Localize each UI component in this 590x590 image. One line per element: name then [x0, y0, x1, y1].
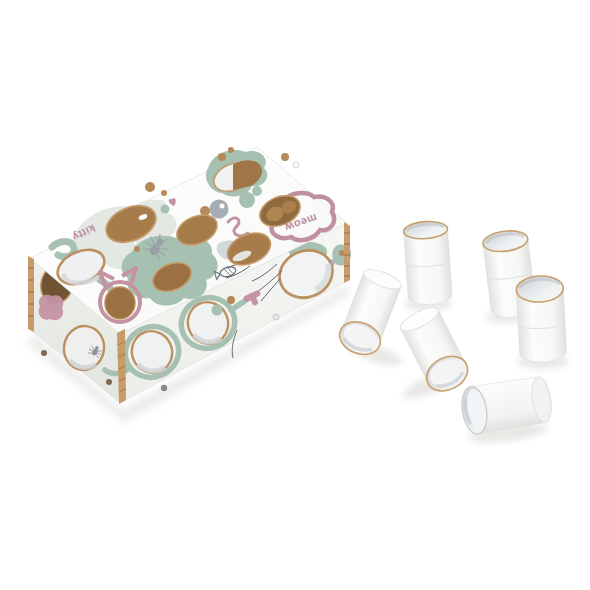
product-photo: meow kitty [0, 0, 590, 590]
punched-hole [220, 204, 225, 209]
front-small-hole [273, 314, 279, 320]
sage-dot [239, 192, 255, 208]
scene: meow kitty [0, 0, 590, 590]
front-tan-dot [227, 296, 235, 304]
cardboard-tube-5 [397, 303, 474, 398]
sage-dot [161, 205, 170, 214]
cardboard-tube-3 [516, 275, 567, 363]
tan-dot [161, 190, 167, 196]
gray-circle [210, 200, 229, 219]
tan-dot [145, 182, 155, 192]
tan-dot [281, 153, 289, 161]
front-sage-dot [212, 305, 223, 316]
punched-hole [293, 162, 299, 168]
puzzle-box: meow kitty [28, 147, 351, 404]
cardboard-tube-1 [403, 220, 453, 306]
cat-ears-hole [105, 287, 135, 319]
tan-dot [134, 246, 140, 252]
sage-dot [252, 186, 262, 196]
tan-dot [228, 147, 234, 153]
end-pink-blob [39, 295, 64, 320]
end-small-hole [106, 379, 112, 385]
tan-dot [218, 153, 226, 161]
front-small-hole [161, 385, 167, 391]
end-small-hole [41, 350, 47, 356]
